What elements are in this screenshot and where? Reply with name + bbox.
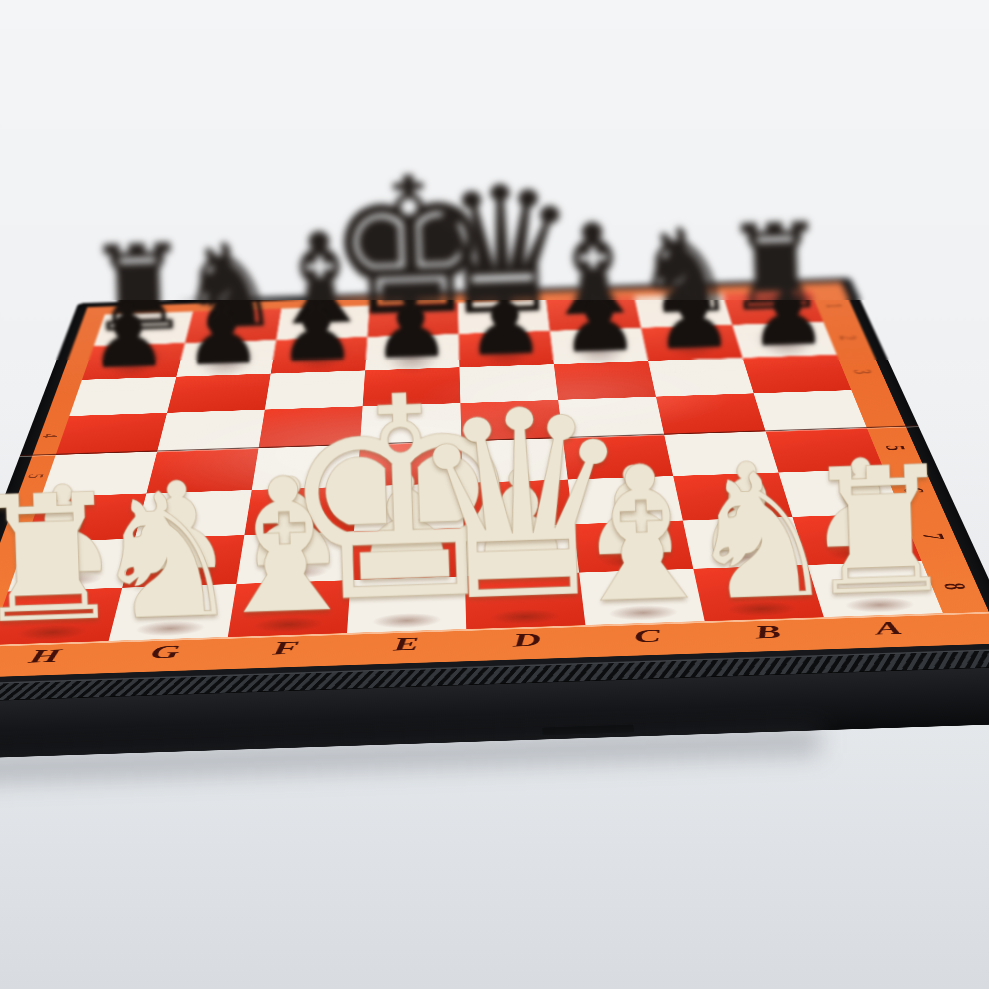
square-e1 <box>367 303 458 337</box>
square-g2 <box>176 340 276 377</box>
square-c2 <box>549 328 647 364</box>
square-h5 <box>41 452 157 497</box>
square-f7 <box>236 531 354 584</box>
square-f6 <box>244 487 357 536</box>
square-b5 <box>664 431 778 476</box>
square-c5 <box>562 435 672 480</box>
square-g6 <box>134 490 251 539</box>
square-a3 <box>742 355 851 394</box>
square-b3 <box>648 358 753 397</box>
square-h1 <box>93 311 192 346</box>
photo-scene: TÀI HGFEDCBA 1235678 45 ♜♞♝♚♛♝♞♜♟♟♟♟♟♟♟♟… <box>0 0 989 989</box>
square-g3 <box>167 374 271 413</box>
square-b6 <box>673 473 792 521</box>
square-d1 <box>457 300 549 334</box>
square-e8 <box>347 576 466 633</box>
rank-label-right-5: 5 <box>878 442 913 454</box>
square-g1 <box>184 309 280 343</box>
square-d2 <box>458 331 553 367</box>
square-c1 <box>546 297 641 331</box>
square-d4 <box>460 400 562 442</box>
square-d8 <box>464 573 585 630</box>
square-g8: TÀI <box>108 584 236 641</box>
square-a2 <box>732 322 837 358</box>
board-perspective-wrapper: TÀI HGFEDCBA 1235678 45 ♜♞♝♚♛♝♞♜♟♟♟♟♟♟♟♟… <box>0 0 989 761</box>
square-f2 <box>270 337 367 374</box>
square-f4 <box>258 406 362 448</box>
square-e6 <box>354 483 464 531</box>
square-h2 <box>81 343 184 380</box>
square-h6 <box>25 493 146 542</box>
square-c4 <box>558 397 664 439</box>
square-d5 <box>461 438 567 483</box>
square-e5 <box>357 442 462 487</box>
square-e4 <box>359 403 460 445</box>
rank-label-right-3: 3 <box>846 367 878 377</box>
square-a4 <box>753 390 866 431</box>
square-c6 <box>567 476 682 524</box>
square-a5 <box>765 428 883 472</box>
square-e3 <box>362 367 460 406</box>
brand-watermark: TÀI <box>150 585 203 612</box>
square-c8 <box>579 569 705 625</box>
rank-label-right-7: 7 <box>914 530 952 544</box>
square-a6 <box>778 469 902 517</box>
rank-label-right-2: 2 <box>832 333 863 343</box>
square-h8 <box>0 588 122 645</box>
square-c7 <box>573 521 693 573</box>
square-b4 <box>655 393 765 434</box>
chess-board: TÀI HGFEDCBA 1235678 45 ♜♞♝♚♛♝♞♜♟♟♟♟♟♟♟♟… <box>0 278 989 761</box>
square-e7 <box>350 528 464 580</box>
square-d3 <box>459 364 558 403</box>
square-f3 <box>264 370 364 409</box>
square-a1 <box>722 291 823 325</box>
square-f1 <box>276 306 369 340</box>
rank-label-right-1: 1 <box>819 301 849 310</box>
square-e2 <box>365 334 459 371</box>
rank-label-right-6: 6 <box>895 484 931 497</box>
square-g4 <box>157 410 265 452</box>
rank-label-left-5: 5 <box>20 470 49 482</box>
square-b2 <box>641 325 743 361</box>
square-h7 <box>8 539 135 592</box>
rank-label-right-8: 8 <box>934 579 974 594</box>
square-f8 <box>227 580 350 637</box>
square-f5 <box>251 445 359 490</box>
square-d7 <box>463 524 578 576</box>
board-squares: TÀI <box>0 291 943 645</box>
square-g7 <box>122 535 244 588</box>
square-b8 <box>693 565 824 621</box>
square-g5 <box>146 448 258 493</box>
square-a8 <box>807 561 943 617</box>
square-a7 <box>792 513 921 565</box>
square-h4 <box>55 413 166 455</box>
square-d6 <box>462 480 573 528</box>
rank-label-left-4: 4 <box>35 430 62 441</box>
square-c3 <box>553 361 655 400</box>
square-b1 <box>634 294 732 328</box>
square-b7 <box>682 517 807 569</box>
square-h3 <box>69 377 176 416</box>
